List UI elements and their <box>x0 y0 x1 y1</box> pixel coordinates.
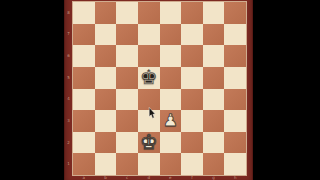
rank-label-8: 8 <box>65 11 72 15</box>
rank-label-7: 7 <box>65 32 72 36</box>
square-f7[interactable] <box>181 24 203 46</box>
square-a7[interactable] <box>73 24 95 46</box>
rank-label-3: 3 <box>65 119 72 123</box>
square-f5[interactable] <box>181 67 203 89</box>
white-pawn[interactable]: ♟ <box>160 110 182 132</box>
square-h6[interactable] <box>224 45 246 67</box>
square-b7[interactable] <box>95 24 117 46</box>
square-a4[interactable] <box>73 89 95 111</box>
file-label-b: b <box>95 176 117 180</box>
screenshot-stage: ♚♟♚ 87654321abcdefgh <box>0 0 320 180</box>
square-e7[interactable] <box>160 24 182 46</box>
square-d2[interactable]: ♚ <box>138 132 160 154</box>
square-f3[interactable] <box>181 110 203 132</box>
black-king[interactable]: ♚ <box>138 67 160 89</box>
square-h7[interactable] <box>224 24 246 46</box>
square-d4[interactable] <box>138 89 160 111</box>
board-grid: ♚♟♚ <box>73 2 246 175</box>
file-label-a: a <box>73 176 95 180</box>
square-d6[interactable] <box>138 45 160 67</box>
square-h3[interactable] <box>224 110 246 132</box>
square-a8[interactable] <box>73 2 95 24</box>
rank-label-2: 2 <box>65 141 72 145</box>
square-c3[interactable] <box>116 110 138 132</box>
square-c6[interactable] <box>116 45 138 67</box>
square-c8[interactable] <box>116 2 138 24</box>
square-b1[interactable] <box>95 153 117 175</box>
file-label-f: f <box>181 176 203 180</box>
square-b6[interactable] <box>95 45 117 67</box>
square-g6[interactable] <box>203 45 225 67</box>
square-d5[interactable]: ♚ <box>138 67 160 89</box>
square-e6[interactable] <box>160 45 182 67</box>
square-f1[interactable] <box>181 153 203 175</box>
file-label-c: c <box>116 176 138 180</box>
square-c7[interactable] <box>116 24 138 46</box>
square-f8[interactable] <box>181 2 203 24</box>
square-d7[interactable] <box>138 24 160 46</box>
square-g8[interactable] <box>203 2 225 24</box>
square-f4[interactable] <box>181 89 203 111</box>
square-g3[interactable] <box>203 110 225 132</box>
square-d1[interactable] <box>138 153 160 175</box>
square-a1[interactable] <box>73 153 95 175</box>
square-e8[interactable] <box>160 2 182 24</box>
rank-label-6: 6 <box>65 54 72 58</box>
rank-label-5: 5 <box>65 76 72 80</box>
square-g1[interactable] <box>203 153 225 175</box>
square-a3[interactable] <box>73 110 95 132</box>
square-e3[interactable]: ♟ <box>160 110 182 132</box>
square-c5[interactable] <box>116 67 138 89</box>
square-e1[interactable] <box>160 153 182 175</box>
square-h1[interactable] <box>224 153 246 175</box>
square-g5[interactable] <box>203 67 225 89</box>
square-g2[interactable] <box>203 132 225 154</box>
square-h2[interactable] <box>224 132 246 154</box>
square-d3[interactable] <box>138 110 160 132</box>
white-king[interactable]: ♚ <box>138 132 160 154</box>
square-c4[interactable] <box>116 89 138 111</box>
square-b2[interactable] <box>95 132 117 154</box>
rank-label-1: 1 <box>65 162 72 166</box>
square-h8[interactable] <box>224 2 246 24</box>
square-g4[interactable] <box>203 89 225 111</box>
square-b3[interactable] <box>95 110 117 132</box>
square-h5[interactable] <box>224 67 246 89</box>
square-a6[interactable] <box>73 45 95 67</box>
chess-board: ♚♟♚ <box>73 2 246 175</box>
file-label-e: e <box>160 176 182 180</box>
square-c1[interactable] <box>116 153 138 175</box>
square-h4[interactable] <box>224 89 246 111</box>
square-a2[interactable] <box>73 132 95 154</box>
square-f6[interactable] <box>181 45 203 67</box>
file-label-h: h <box>224 176 246 180</box>
square-a5[interactable] <box>73 67 95 89</box>
square-b4[interactable] <box>95 89 117 111</box>
square-e2[interactable] <box>160 132 182 154</box>
chess-board-frame: ♚♟♚ 87654321abcdefgh <box>64 0 253 180</box>
square-g7[interactable] <box>203 24 225 46</box>
file-label-d: d <box>138 176 160 180</box>
square-e5[interactable] <box>160 67 182 89</box>
square-e4[interactable] <box>160 89 182 111</box>
square-d8[interactable] <box>138 2 160 24</box>
file-label-g: g <box>203 176 225 180</box>
rank-label-4: 4 <box>65 97 72 101</box>
square-f2[interactable] <box>181 132 203 154</box>
square-c2[interactable] <box>116 132 138 154</box>
square-b5[interactable] <box>95 67 117 89</box>
square-b8[interactable] <box>95 2 117 24</box>
